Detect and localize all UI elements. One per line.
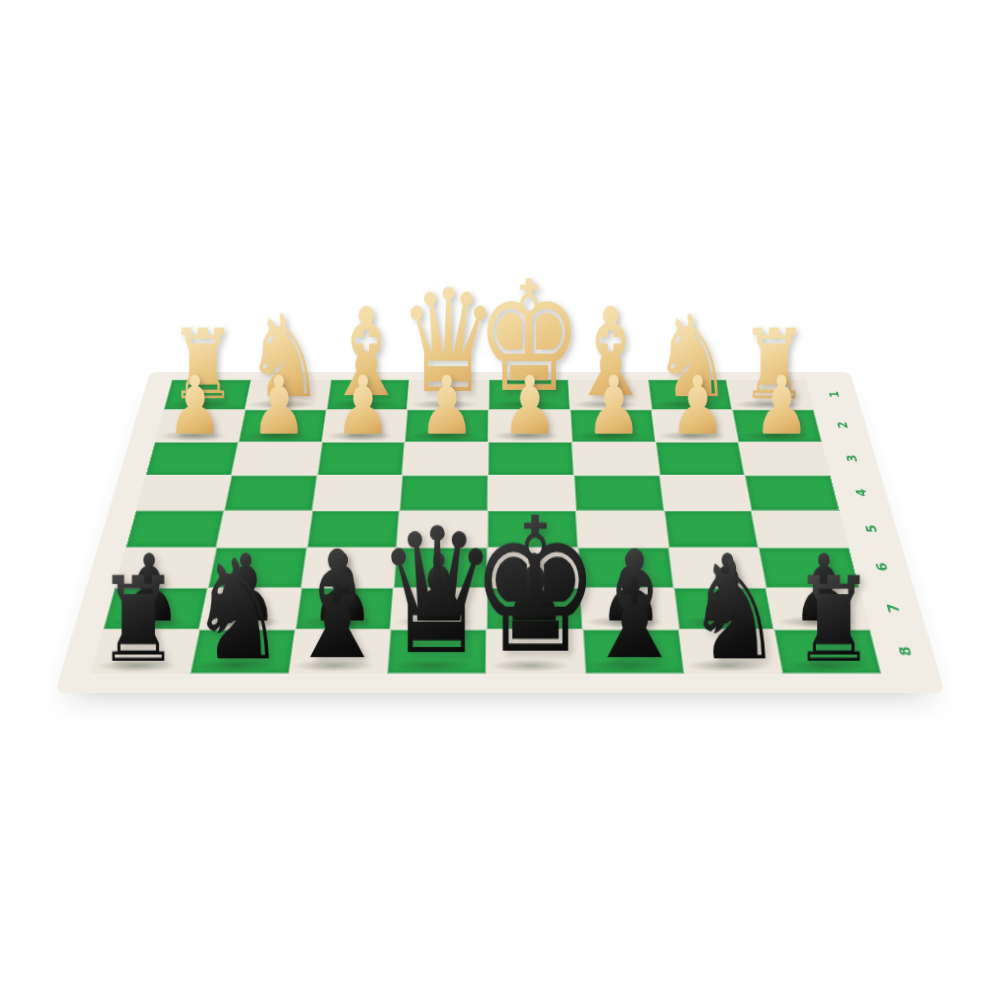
vinyl-chess-mat: ♜♞♝♛♚♝♞♜♟♟♟♟♟♟♟♟♟♟♟♟♟♟♟♟♜♞♝♛♚♝♞♜ 1234567… [55,372,945,693]
rank-label: 7 [868,597,920,619]
white-pawn-piece: ♟ [502,365,558,446]
board-square [402,442,488,476]
rank-label: 3 [829,449,875,467]
black-bishop-piece: ♝ [583,531,687,680]
board-square [655,442,745,476]
board-square: ♜ [91,629,199,673]
board-square [136,475,231,510]
white-pawn-piece: ♟ [167,365,223,446]
board-square [659,475,751,510]
board-square: ♞ [678,629,782,673]
black-bishop-piece: ♝ [285,531,389,680]
chess-board-grid: ♜♞♝♛♚♝♞♜♟♟♟♟♟♟♟♟♟♟♟♟♟♟♟♟♜♞♝♛♚♝♞♜ [91,380,882,674]
black-rook-piece: ♜ [792,561,875,679]
board-square [488,442,574,476]
chessboard-photo: ♜♞♝♛♚♝♞♜♟♟♟♟♟♟♟♟♟♟♟♟♟♟♟♟♜♞♝♛♚♝♞♜ 1234567… [0,0,1000,1000]
board-square: ♟ [488,410,571,442]
white-pawn-piece: ♟ [418,365,474,446]
board-square: ♞ [190,629,295,673]
board-square [146,442,239,476]
white-pawn-piece: ♟ [251,365,307,446]
white-pawn-piece: ♟ [335,365,391,446]
black-rook-piece: ♜ [97,561,180,679]
rank-label: 8 [879,639,933,662]
board-square: ♟ [651,410,738,442]
black-king-piece: ♚ [471,493,601,679]
board-square: ♜ [774,629,881,673]
board-square: ♟ [570,410,655,442]
rank-label: 1 [813,386,856,402]
white-pawn-piece: ♟ [753,365,809,446]
board-square: ♟ [732,410,821,442]
board-square: ♟ [405,410,489,442]
rank-label: 2 [821,417,866,434]
white-pawn-piece: ♟ [586,365,642,446]
board-square: ♟ [155,410,245,442]
board-square [317,442,405,476]
board-square [231,442,321,476]
board-square [745,475,840,510]
board-square [739,442,831,476]
black-knight-piece: ♞ [190,541,287,680]
board-square: ♟ [322,410,408,442]
black-knight-piece: ♞ [686,541,783,680]
board-square [224,475,317,510]
white-pawn-piece: ♟ [669,365,725,446]
board-square: ♟ [238,410,326,442]
rank-label: 4 [838,483,885,501]
board-square: ♝ [582,629,683,673]
board-square: ♚ [486,629,585,673]
board-square [572,442,660,476]
